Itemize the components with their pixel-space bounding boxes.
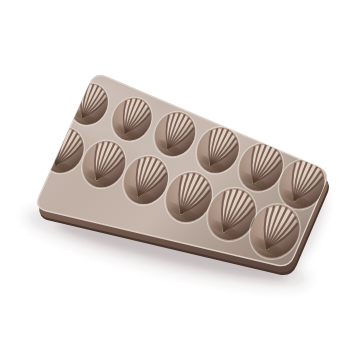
product-photo-stage (0, 0, 345, 345)
madeleine-pan-image (0, 0, 345, 345)
